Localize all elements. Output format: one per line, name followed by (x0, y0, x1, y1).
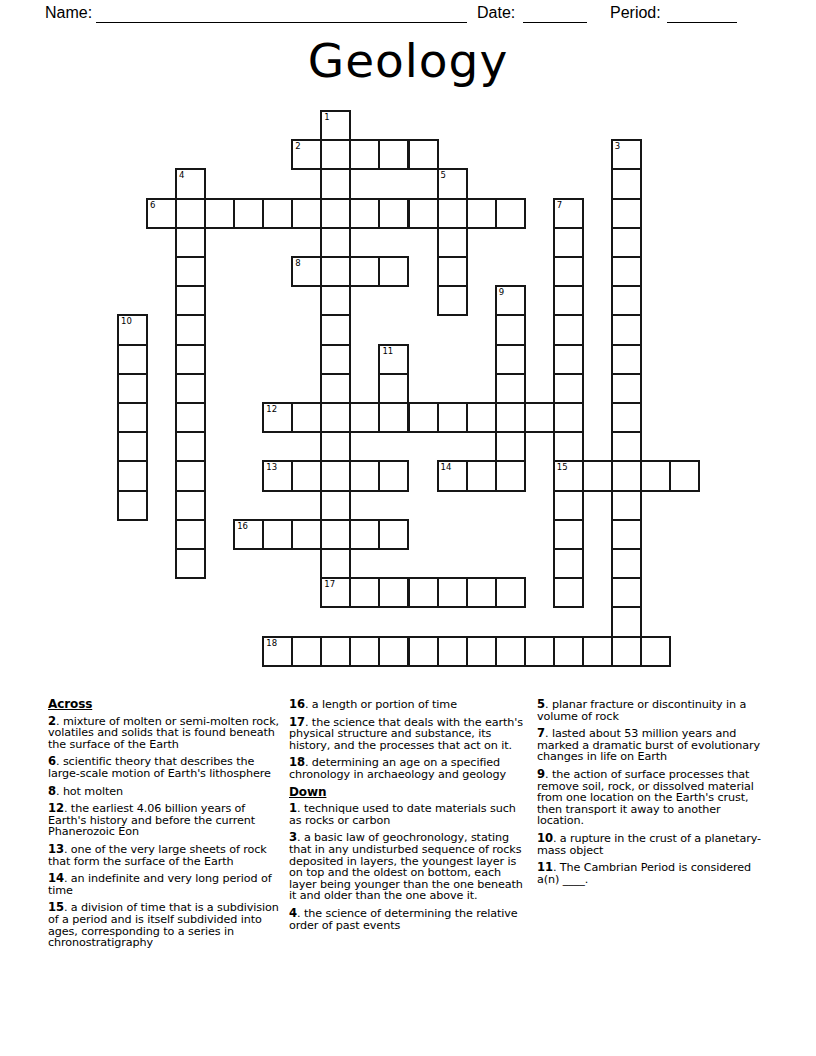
crossword-cell[interactable] (175, 256, 206, 287)
crossword-cell[interactable] (553, 431, 584, 462)
clue-10: 10. a rupture in the crust of a planetar… (537, 833, 767, 856)
crossword-cell[interactable] (320, 373, 351, 404)
cell-number: 15 (557, 462, 568, 472)
clue-3: 3. a basic law of geochronology, stating… (289, 832, 527, 902)
cell-number: 16 (237, 521, 248, 531)
crossword-cell[interactable]: 3 (611, 139, 642, 170)
crossword-cell[interactable] (611, 402, 642, 433)
crossword-cell[interactable] (611, 285, 642, 316)
crossword-cell[interactable] (611, 636, 642, 667)
crossword-cell[interactable] (378, 402, 409, 433)
clue-1: 1. technique used to date materials such… (289, 803, 527, 826)
crossword-cell[interactable]: 5 (437, 168, 468, 199)
cell-number: 5 (441, 170, 446, 180)
clue-number: 15 (48, 900, 64, 914)
clue-number: 2 (48, 714, 56, 728)
crossword-cell[interactable] (611, 344, 642, 375)
crossword-cell[interactable] (320, 460, 351, 491)
crossword-cell[interactable] (378, 198, 409, 229)
crossword-cell[interactable]: 4 (175, 168, 206, 199)
clue-number: 14 (48, 871, 64, 885)
crossword-cell[interactable] (466, 577, 497, 608)
crossword-cell[interactable] (117, 373, 148, 404)
crossword-cell[interactable] (320, 198, 351, 229)
crossword-cell[interactable] (437, 227, 468, 258)
clue-column-1: Across2. mixture of molten or semi-molte… (48, 699, 284, 955)
cell-number: 8 (295, 258, 300, 268)
crossword-cell[interactable]: 6 (146, 198, 177, 229)
crossword-cell[interactable]: 2 (291, 139, 322, 170)
crossword-cell[interactable] (175, 519, 206, 550)
clue-16: 16. a length or portion of time (289, 699, 527, 711)
crossword-cell[interactable] (611, 490, 642, 521)
crossword-cell[interactable]: 8 (291, 256, 322, 287)
clue-number: 11 (537, 860, 553, 874)
crossword-cell[interactable] (408, 139, 439, 170)
name-blank-line (96, 9, 467, 23)
crossword-cell[interactable] (291, 460, 322, 491)
crossword-cell[interactable] (553, 227, 584, 258)
crossword-cell[interactable] (495, 344, 526, 375)
crossword-cell[interactable] (378, 139, 409, 170)
crossword-cell[interactable] (175, 460, 206, 491)
crossword-cell[interactable] (466, 198, 497, 229)
crossword-cell[interactable] (233, 198, 264, 229)
crossword-cell[interactable] (408, 402, 439, 433)
cell-number: 18 (266, 638, 277, 648)
clue-number: 16 (289, 697, 305, 711)
crossword-cell[interactable] (553, 490, 584, 521)
crossword-cell[interactable] (291, 519, 322, 550)
clue-number: 17 (289, 715, 305, 729)
cell-number: 6 (150, 200, 155, 210)
crossword-cell[interactable] (378, 256, 409, 287)
crossword-cell[interactable]: 18 (262, 636, 293, 667)
crossword-cell[interactable]: 10 (117, 314, 148, 345)
crossword-cell[interactable] (175, 198, 206, 229)
crossword-cell[interactable] (117, 402, 148, 433)
crossword-cell[interactable] (466, 460, 497, 491)
crossword-cell[interactable] (117, 490, 148, 521)
crossword-cell[interactable] (611, 606, 642, 637)
crossword-cell[interactable]: 16 (233, 519, 264, 550)
crossword-cell[interactable] (349, 256, 380, 287)
period-blank-line (667, 9, 737, 23)
crossword-cell[interactable] (349, 460, 380, 491)
crossword-cell[interactable]: 11 (378, 344, 409, 375)
crossword-cell[interactable] (495, 636, 526, 667)
crossword-cell[interactable] (320, 490, 351, 521)
crossword-cell[interactable] (611, 256, 642, 287)
crossword-cell[interactable]: 14 (437, 460, 468, 491)
crossword-cell[interactable] (611, 519, 642, 550)
cell-number: 9 (499, 287, 504, 297)
crossword-cell[interactable]: 7 (553, 198, 584, 229)
clue-number: 12 (48, 801, 64, 815)
crossword-cell[interactable] (466, 636, 497, 667)
crossword-cell[interactable] (553, 256, 584, 287)
cell-number: 12 (266, 404, 277, 414)
crossword-cell[interactable]: 9 (495, 285, 526, 316)
crossword-cell[interactable] (349, 198, 380, 229)
clue-9: 9. the action of surface processes that … (537, 769, 767, 827)
clue-number: 5 (537, 697, 545, 711)
crossword-cell[interactable] (378, 636, 409, 667)
page-title: Geology (0, 33, 816, 88)
crossword-cell[interactable] (495, 577, 526, 608)
date-blank-line (523, 9, 587, 23)
crossword-cell[interactable] (553, 402, 584, 433)
crossword-cell[interactable] (378, 577, 409, 608)
crossword-cell[interactable] (640, 460, 671, 491)
crossword-cell[interactable] (349, 577, 380, 608)
crossword-cell[interactable] (320, 548, 351, 579)
crossword-cell[interactable] (320, 314, 351, 345)
crossword-cell[interactable] (611, 460, 642, 491)
worksheet-page: Name: Date: Period: Geology 123456789101… (0, 0, 816, 1056)
crossword-cell[interactable] (320, 431, 351, 462)
crossword-cell[interactable]: 1 (320, 110, 351, 141)
clue-number: 7 (537, 726, 545, 740)
crossword-grid: 123456789101112131415161718 (117, 110, 699, 667)
name-label: Name: (45, 4, 92, 22)
cell-number: 17 (324, 579, 335, 589)
crossword-cell[interactable]: 12 (262, 402, 293, 433)
clue-4: 4. the science of determining the relati… (289, 908, 527, 931)
crossword-cell[interactable] (437, 198, 468, 229)
crossword-cell[interactable] (611, 373, 642, 404)
crossword-cell[interactable] (582, 460, 613, 491)
crossword-cell[interactable] (349, 402, 380, 433)
cell-number: 7 (557, 200, 562, 210)
crossword-cell[interactable] (349, 519, 380, 550)
crossword-cell[interactable]: 15 (553, 460, 584, 491)
crossword-cell[interactable] (495, 373, 526, 404)
crossword-cell[interactable] (611, 577, 642, 608)
crossword-cell[interactable] (320, 139, 351, 170)
crossword-cell[interactable] (349, 636, 380, 667)
crossword-cell[interactable] (320, 256, 351, 287)
crossword-cell[interactable] (437, 256, 468, 287)
crossword-cell[interactable] (611, 227, 642, 258)
crossword-cell[interactable] (378, 519, 409, 550)
crossword-cell[interactable] (611, 168, 642, 199)
crossword-cell[interactable] (320, 227, 351, 258)
crossword-cell[interactable] (291, 402, 322, 433)
crossword-cell[interactable] (437, 285, 468, 316)
crossword-cell[interactable] (524, 402, 555, 433)
crossword-cell[interactable] (175, 402, 206, 433)
crossword-cell[interactable] (262, 198, 293, 229)
crossword-cell[interactable] (582, 636, 613, 667)
crossword-cell[interactable] (320, 402, 351, 433)
crossword-cell[interactable] (349, 139, 380, 170)
crossword-cell[interactable] (320, 636, 351, 667)
crossword-cell[interactable] (320, 168, 351, 199)
clue-number: 10 (537, 831, 553, 845)
crossword-cell[interactable] (408, 198, 439, 229)
crossword-cell[interactable] (175, 490, 206, 521)
crossword-cell[interactable] (378, 373, 409, 404)
clue-number: 13 (48, 842, 64, 856)
crossword-cell[interactable] (495, 402, 526, 433)
crossword-cell[interactable] (437, 636, 468, 667)
crossword-cell[interactable] (640, 636, 671, 667)
clue-18: 18. determining an age on a specified ch… (289, 757, 527, 780)
crossword-cell[interactable] (437, 577, 468, 608)
crossword-cell[interactable]: 13 (262, 460, 293, 491)
clue-number: 18 (289, 755, 305, 769)
crossword-cell[interactable] (611, 198, 642, 229)
cell-number: 3 (615, 141, 620, 151)
crossword-cell[interactable] (175, 344, 206, 375)
crossword-cell[interactable] (117, 460, 148, 491)
crossword-cell[interactable] (320, 344, 351, 375)
clue-2: 2. mixture of molten or semi-molten rock… (48, 716, 284, 751)
cell-number: 2 (295, 141, 300, 151)
crossword-cell[interactable] (611, 548, 642, 579)
clue-17: 17. the science that deals with the eart… (289, 717, 527, 752)
cell-number: 11 (382, 346, 393, 356)
cell-number: 14 (441, 462, 452, 472)
crossword-cell[interactable] (117, 344, 148, 375)
crossword-cell[interactable] (204, 198, 235, 229)
clue-number: 6 (48, 754, 56, 768)
crossword-cell[interactable] (175, 227, 206, 258)
crossword-cell[interactable] (553, 285, 584, 316)
crossword-cell[interactable] (553, 636, 584, 667)
clue-number: 4 (289, 906, 297, 920)
crossword-cell[interactable] (320, 285, 351, 316)
clue-column-3: 5. planar fracture or discontinuity in a… (537, 699, 767, 891)
crossword-cell[interactable] (175, 285, 206, 316)
crossword-cell[interactable] (262, 519, 293, 550)
crossword-cell[interactable] (175, 373, 206, 404)
cell-number: 13 (266, 462, 277, 472)
crossword-cell[interactable] (669, 460, 700, 491)
crossword-cell[interactable] (408, 577, 439, 608)
clue-8: 8. hot molten (48, 786, 284, 798)
crossword-cell[interactable] (611, 431, 642, 462)
crossword-cell[interactable] (553, 577, 584, 608)
crossword-cell[interactable] (495, 431, 526, 462)
cell-number: 4 (179, 170, 184, 180)
crossword-cell[interactable] (175, 431, 206, 462)
crossword-cell[interactable] (495, 198, 526, 229)
clue-number: 3 (289, 830, 297, 844)
crossword-cell[interactable] (495, 314, 526, 345)
crossword-cell[interactable] (495, 460, 526, 491)
cell-number: 10 (121, 316, 132, 326)
period-label: Period: (610, 4, 661, 22)
crossword-cell[interactable] (437, 402, 468, 433)
crossword-cell[interactable] (320, 519, 351, 550)
clue-11: 11. The Cambrian Period is considered a(… (537, 862, 767, 885)
crossword-cell[interactable] (408, 636, 439, 667)
crossword-cell[interactable] (175, 314, 206, 345)
clue-7: 7. lasted about 53 million years and mar… (537, 728, 767, 763)
clue-number: 8 (48, 784, 56, 798)
crossword-cell[interactable] (291, 636, 322, 667)
clues-across-heading: Across (48, 699, 284, 711)
date-label: Date: (477, 4, 515, 22)
clue-13: 13. one of the very large sheets of rock… (48, 844, 284, 867)
crossword-cell[interactable] (175, 548, 206, 579)
crossword-cell[interactable] (466, 402, 497, 433)
clue-15: 15. a division of time that is a subdivi… (48, 902, 284, 948)
crossword-cell[interactable] (378, 460, 409, 491)
crossword-cell[interactable] (611, 314, 642, 345)
clue-14: 14. an indefinite and very long period o… (48, 873, 284, 896)
clue-column-2: 16. a length or portion of time17. the s… (289, 699, 527, 937)
clue-number: 9 (537, 767, 545, 781)
cell-number: 1 (324, 112, 329, 122)
crossword-cell[interactable] (553, 314, 584, 345)
clue-6: 6. scientific theory that describes the … (48, 756, 284, 779)
crossword-cell[interactable]: 17 (320, 577, 351, 608)
crossword-cell[interactable] (553, 548, 584, 579)
crossword-cell[interactable] (117, 431, 148, 462)
crossword-cell[interactable] (553, 519, 584, 550)
crossword-cell[interactable] (524, 636, 555, 667)
clue-5: 5. planar fracture or discontinuity in a… (537, 699, 767, 722)
clues-down-heading: Down (289, 787, 527, 799)
crossword-cell[interactable] (291, 198, 322, 229)
crossword-cell[interactable] (553, 373, 584, 404)
clue-12: 12. the earliest 4.06 billion years of E… (48, 803, 284, 838)
crossword-cell[interactable] (553, 344, 584, 375)
clue-number: 1 (289, 801, 297, 815)
